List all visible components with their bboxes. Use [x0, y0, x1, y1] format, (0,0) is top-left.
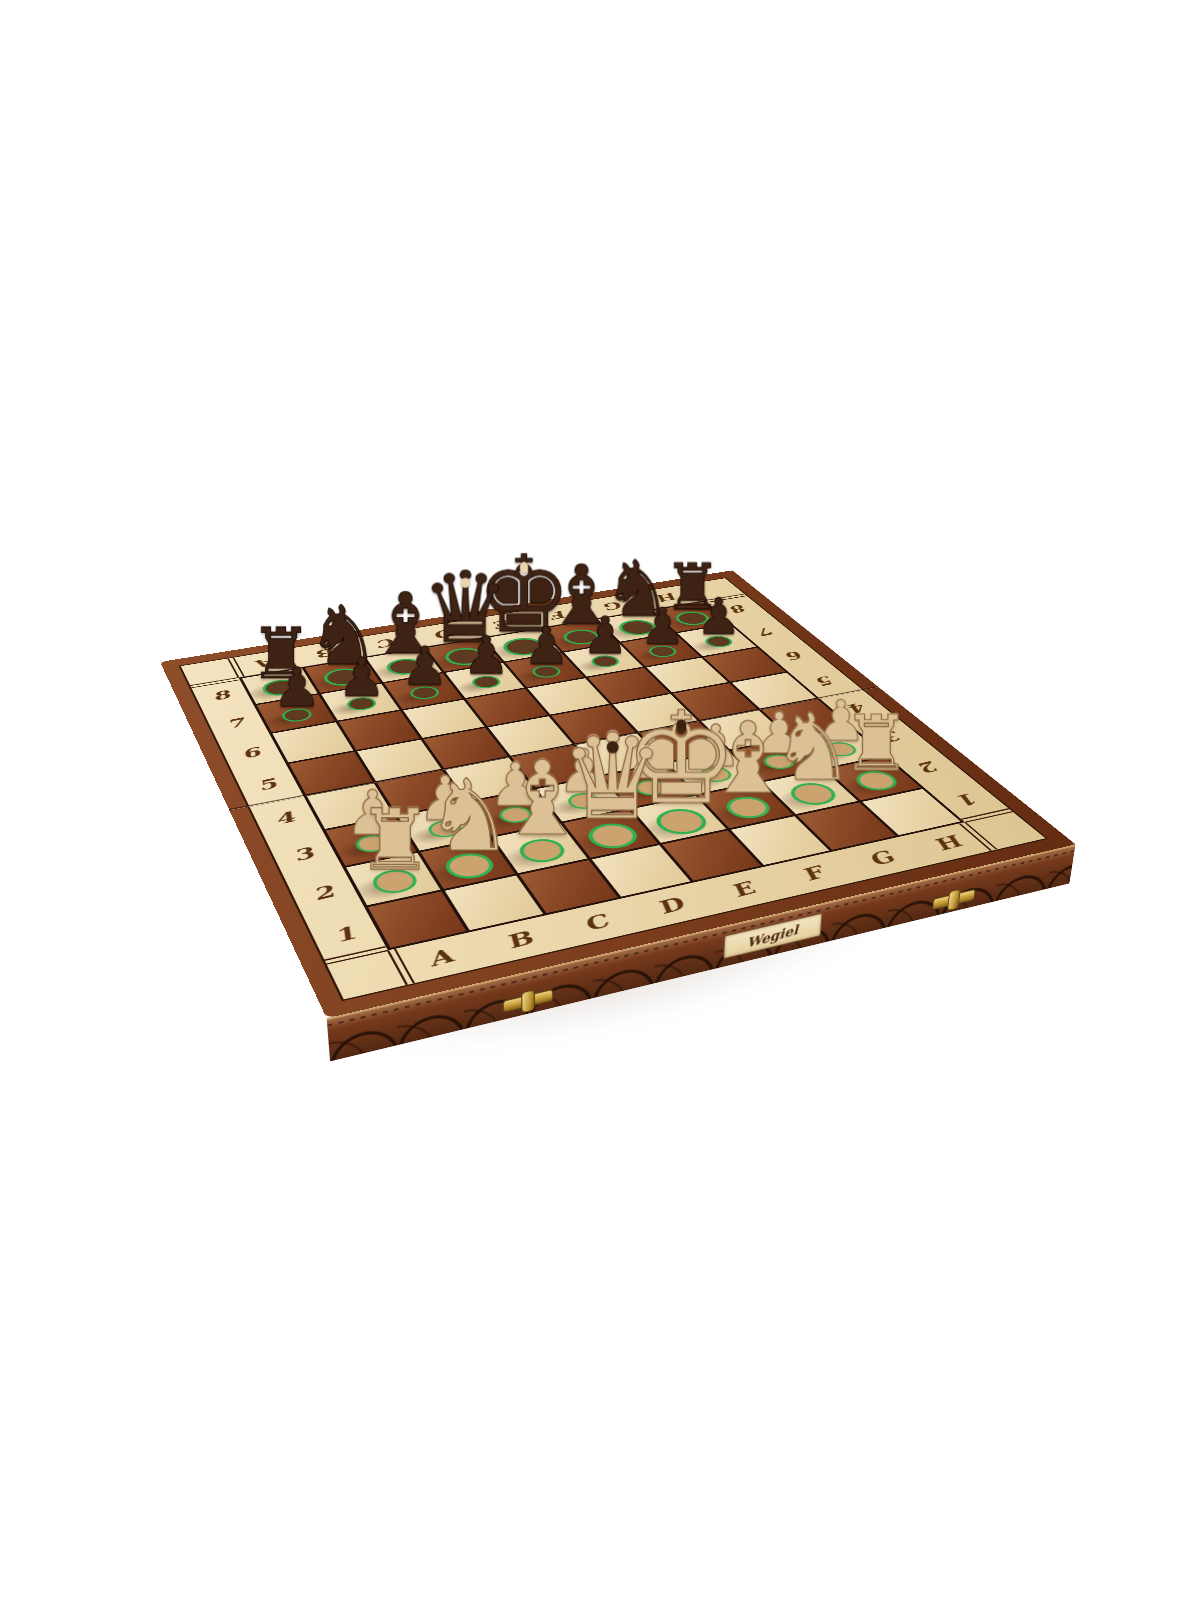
photo-canvas: Wegiel AABBCCDDEEFFGGHH8877665544332211♜…	[0, 0, 1200, 1600]
clasp-knob-icon	[947, 889, 961, 912]
brass-clasp-left-icon	[503, 989, 554, 1013]
rook-glyph: ♜	[292, 788, 498, 882]
brand-plaque-label: Wegiel	[747, 922, 799, 950]
pawn-glyph: ♟	[210, 653, 385, 715]
clasp-knob-icon	[521, 989, 535, 1013]
brass-clasp-right-icon	[932, 889, 976, 910]
